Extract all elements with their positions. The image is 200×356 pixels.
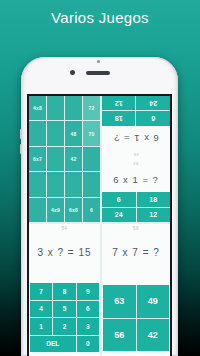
duel-player2-answers-option-6[interactable]: 6 xyxy=(137,112,171,127)
keypad-key-3[interactable]: 3 xyxy=(77,318,99,335)
keypad-key-2[interactable]: 2 xyxy=(53,318,75,335)
duel-player2-question: 6 x 1 = ? xyxy=(102,126,170,152)
memory-cell-r4c0[interactable] xyxy=(29,198,46,222)
numeric-keypad: 789456123DEL0 xyxy=(30,283,99,352)
duel-player1-answers-option-12[interactable]: 12 xyxy=(137,208,171,223)
choice-question: 7 x 7 = ? xyxy=(102,247,170,258)
earpiece-speaker xyxy=(86,71,110,75)
memory-cell-r2c0[interactable]: 6x7 xyxy=(29,147,46,171)
memory-cell-r0c2[interactable] xyxy=(65,96,82,120)
memory-cell-r1c1[interactable] xyxy=(47,121,64,145)
duel-player1-half: vs 6 x 1 = ? 6182412 xyxy=(102,159,170,222)
duel-player2-answers-option-18[interactable]: 18 xyxy=(102,112,136,127)
memory-cell-r0c1[interactable] xyxy=(47,96,64,120)
app-title: Varios Juegos xyxy=(0,9,200,26)
memory-game-quadrant: 4x87248706x7424x96x86 xyxy=(29,96,100,222)
keypad-key-0[interactable]: 0 xyxy=(77,336,99,353)
memory-cell-r1c3[interactable]: 70 xyxy=(83,121,100,145)
keypad-key-4[interactable]: 4 xyxy=(30,301,52,318)
duel-game-quadrant: vs 6 x 1 = ? 6182412 vs 6 x 1 = ? 618241… xyxy=(102,96,170,222)
memory-cell-r4c1[interactable]: 4x9 xyxy=(47,198,64,222)
memory-cell-r2c1[interactable] xyxy=(47,147,64,171)
memory-cell-r4c2[interactable]: 6x8 xyxy=(65,198,82,222)
duel-player1-answers: 6182412 xyxy=(102,192,170,222)
proximity-sensor-dot xyxy=(97,60,100,63)
fill-in-question: 3 x ? = 15 xyxy=(29,247,100,258)
memory-cell-r1c0[interactable] xyxy=(29,121,46,145)
choice-option-49[interactable]: 49 xyxy=(137,285,170,318)
choice-answers: 63495642 xyxy=(103,285,169,351)
duel-player2-half: vs 6 x 1 = ? 6182412 xyxy=(102,96,170,159)
memory-cell-r0c3[interactable]: 72 xyxy=(83,96,100,120)
duel-player1-answers-option-24[interactable]: 24 xyxy=(102,208,136,223)
memory-cell-r3c1[interactable] xyxy=(47,172,64,196)
memory-cell-r3c3[interactable] xyxy=(83,172,100,196)
volume-down-button xyxy=(20,144,22,154)
memory-cell-r3c0[interactable] xyxy=(29,172,46,196)
memory-cell-r4c3[interactable]: 6 xyxy=(83,198,100,222)
choice-game-quadrant: 56 7 x 7 = ? 63495642 xyxy=(102,224,170,356)
choice-option-56[interactable]: 56 xyxy=(103,319,136,352)
duel-player2-label: vs xyxy=(102,152,170,157)
duel-player2-answers: 6182412 xyxy=(102,96,170,126)
duel-player1-question: 6 x 1 = ? xyxy=(102,166,170,192)
memory-cell-r1c2[interactable]: 48 xyxy=(65,121,82,145)
memory-cell-r3c2[interactable] xyxy=(65,172,82,196)
duel-player1-answers-option-6[interactable]: 6 xyxy=(102,192,136,207)
volume-up-button xyxy=(20,129,22,139)
choice-option-42[interactable]: 42 xyxy=(137,319,170,352)
keypad-key-9[interactable]: 9 xyxy=(77,283,99,300)
keypad-key-5[interactable]: 5 xyxy=(53,301,75,318)
memory-grid: 4x87248706x7424x96x86 xyxy=(29,96,100,222)
keypad-key-7[interactable]: 7 xyxy=(30,283,52,300)
memory-cell-r2c3[interactable] xyxy=(83,147,100,171)
promo-banner: Varios Juegos 4x87248706x7424x96x86 vs 6… xyxy=(0,0,200,356)
keypad-key-8[interactable]: 8 xyxy=(53,283,75,300)
choice-option-63[interactable]: 63 xyxy=(103,285,136,318)
front-camera-icon xyxy=(70,70,75,75)
mini-games-collage: 4x87248706x7424x96x86 vs 6 x 1 = ? 61824… xyxy=(29,96,170,356)
duel-player1-answers-option-18[interactable]: 18 xyxy=(137,192,171,207)
choice-timer-label: 56 xyxy=(102,226,170,231)
fill-in-game-quadrant: 54 3 x ? = 15 789456123DEL0 xyxy=(29,224,100,356)
phone-screen: 4x87248706x7424x96x86 vs 6 x 1 = ? 61824… xyxy=(27,94,172,356)
keypad-key-1[interactable]: 1 xyxy=(30,318,52,335)
memory-cell-r0c0[interactable]: 4x8 xyxy=(29,96,46,120)
keypad-key-6[interactable]: 6 xyxy=(77,301,99,318)
memory-cell-r2c2[interactable]: 42 xyxy=(65,147,82,171)
keypad-delete-button[interactable]: DEL xyxy=(30,336,76,353)
duel-player2-answers-option-24[interactable]: 24 xyxy=(137,96,171,111)
phone-mockup: 4x87248706x7424x96x86 vs 6 x 1 = ? 61824… xyxy=(21,57,178,356)
fill-in-timer-label: 54 xyxy=(29,226,100,231)
duel-player2-answers-option-12[interactable]: 12 xyxy=(102,96,136,111)
